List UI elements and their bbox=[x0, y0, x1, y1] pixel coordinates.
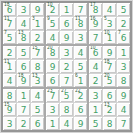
cell-digit: 6 bbox=[17, 60, 30, 73]
cell-r9c6[interactable]: 9 bbox=[74, 117, 87, 130]
cell-r2c4[interactable]: 95 bbox=[46, 17, 59, 30]
cell-r1c3[interactable]: 9 bbox=[31, 3, 44, 16]
cell-digit: 5 bbox=[117, 3, 130, 16]
cell-digit: 2 bbox=[117, 17, 130, 30]
cell-digit: 8 bbox=[89, 3, 102, 16]
cell-digit: 7 bbox=[117, 117, 130, 130]
cell-r5c4[interactable]: 9 bbox=[46, 60, 59, 73]
cell-digit: 1 bbox=[103, 31, 116, 44]
cell-r7c1[interactable]: 8 bbox=[3, 89, 16, 102]
cell-digit: 8 bbox=[17, 31, 30, 44]
cell-digit: 7 bbox=[31, 46, 44, 59]
cell-r5c1[interactable]: 111 bbox=[3, 60, 16, 73]
cell-r1c9[interactable]: 5 bbox=[117, 3, 130, 16]
cell-digit: 6 bbox=[46, 74, 59, 87]
cell-digit: 1 bbox=[60, 3, 73, 16]
cell-r2c9[interactable]: 2 bbox=[117, 17, 130, 30]
cell-digit: 5 bbox=[3, 31, 16, 44]
cell-r4c1[interactable]: 2 bbox=[3, 46, 16, 59]
cell-digit: 7 bbox=[60, 74, 73, 87]
cell-r2c6[interactable]: 118 bbox=[74, 17, 87, 30]
cell-digit: 6 bbox=[3, 3, 16, 16]
cell-digit: 8 bbox=[3, 89, 16, 102]
cell-r3c6[interactable]: 3 bbox=[74, 31, 87, 44]
cell-digit: 9 bbox=[117, 89, 130, 102]
cell-r9c4[interactable]: 1 bbox=[46, 117, 59, 130]
cell-digit: 7 bbox=[17, 103, 30, 116]
cell-r2c8[interactable]: 53 bbox=[103, 17, 116, 30]
cell-r5c7[interactable]: 4 bbox=[89, 60, 102, 73]
sudoku-board: 1863910217178451174319561181695327513824… bbox=[1, 1, 132, 132]
cell-r7c2[interactable]: 1 bbox=[17, 89, 30, 102]
cell-r8c4[interactable]: 3 bbox=[46, 103, 59, 116]
cell-r9c3[interactable]: 6 bbox=[31, 117, 44, 130]
cell-digit: 9 bbox=[17, 74, 30, 87]
cell-r6c3[interactable]: 133 bbox=[31, 74, 44, 87]
cell-digit: 7 bbox=[3, 17, 16, 30]
cell-digit: 3 bbox=[103, 17, 116, 30]
cell-r5c9[interactable]: 3 bbox=[117, 60, 130, 73]
cell-digit: 7 bbox=[46, 89, 59, 102]
cell-digit: 4 bbox=[103, 3, 116, 16]
cell-r6c8[interactable]: 205 bbox=[103, 74, 116, 87]
cell-r9c8[interactable]: 8 bbox=[103, 117, 116, 130]
cell-r6c1[interactable]: 4 bbox=[3, 74, 16, 87]
cell-digit: 4 bbox=[17, 17, 30, 30]
cell-r2c5[interactable]: 6 bbox=[60, 17, 73, 30]
cell-digit: 9 bbox=[74, 117, 87, 130]
cell-digit: 1 bbox=[3, 60, 16, 73]
cell-digit: 7 bbox=[89, 31, 102, 44]
cell-r5c6[interactable]: 5 bbox=[74, 60, 87, 73]
cell-r2c7[interactable]: 169 bbox=[89, 17, 102, 30]
cell-r4c6[interactable]: 4 bbox=[74, 46, 87, 59]
cell-r9c9[interactable]: 7 bbox=[117, 117, 130, 130]
cell-digit: 8 bbox=[31, 60, 44, 73]
cell-r8c7[interactable]: 1 bbox=[89, 103, 102, 116]
cell-digit: 5 bbox=[31, 103, 44, 116]
cell-digit: 2 bbox=[17, 117, 30, 130]
cell-r4c5[interactable]: 3 bbox=[60, 46, 73, 59]
cell-digit: 6 bbox=[60, 17, 73, 30]
cell-r4c7[interactable]: 106 bbox=[89, 46, 102, 59]
cell-r3c5[interactable]: 9 bbox=[60, 31, 73, 44]
cell-digit: 3 bbox=[17, 3, 30, 16]
cell-r7c6[interactable]: 222 bbox=[74, 89, 87, 102]
cell-digit: 2 bbox=[46, 3, 59, 16]
cell-r8c3[interactable]: 5 bbox=[31, 103, 44, 116]
cell-digit: 8 bbox=[46, 46, 59, 59]
cell-digit: 3 bbox=[74, 31, 87, 44]
cell-r9c7[interactable]: 5 bbox=[89, 117, 102, 130]
cell-digit: 4 bbox=[31, 89, 44, 102]
cell-r5c2[interactable]: 6 bbox=[17, 60, 30, 73]
cell-r3c3[interactable]: 2 bbox=[31, 31, 44, 44]
cell-r3c2[interactable]: 138 bbox=[17, 31, 30, 44]
cell-digit: 9 bbox=[89, 17, 102, 30]
box-divider bbox=[3, 44, 130, 46]
cell-r7c3[interactable]: 4 bbox=[31, 89, 44, 102]
cell-r1c8[interactable]: 4 bbox=[103, 3, 116, 16]
cell-r8c8[interactable]: 132 bbox=[103, 103, 116, 116]
cell-digit: 3 bbox=[60, 46, 73, 59]
cell-r5c8[interactable]: 187 bbox=[103, 60, 116, 73]
cell-r1c6[interactable]: 7 bbox=[74, 3, 87, 16]
cell-digit: 5 bbox=[103, 74, 116, 87]
cell-r9c2[interactable]: 2 bbox=[17, 117, 30, 130]
cell-r1c7[interactable]: 178 bbox=[89, 3, 102, 16]
box-divider bbox=[87, 3, 89, 130]
cell-digit: 6 bbox=[74, 103, 87, 116]
cell-digit: 8 bbox=[117, 74, 130, 87]
cell-r4c2[interactable]: 5 bbox=[17, 46, 30, 59]
cell-digit: 2 bbox=[31, 31, 44, 44]
cell-digit: 3 bbox=[46, 103, 59, 116]
cell-digit: 1 bbox=[17, 89, 30, 102]
cell-r8c9[interactable]: 4 bbox=[117, 103, 130, 116]
cell-digit: 8 bbox=[103, 117, 116, 130]
cell-r2c1[interactable]: 117 bbox=[3, 17, 16, 30]
cell-digit: 9 bbox=[46, 60, 59, 73]
cell-r1c5[interactable]: 1 bbox=[60, 3, 73, 16]
cell-r3c1[interactable]: 75 bbox=[3, 31, 16, 44]
cell-digit: 7 bbox=[74, 3, 87, 16]
cell-r8c1[interactable]: 159 bbox=[3, 103, 16, 116]
cell-r7c8[interactable]: 6 bbox=[103, 89, 116, 102]
cell-digit: 3 bbox=[31, 74, 44, 87]
cell-r6c4[interactable]: 6 bbox=[46, 74, 59, 87]
cell-digit: 3 bbox=[117, 60, 130, 73]
cell-digit: 2 bbox=[103, 103, 116, 116]
cell-digit: 2 bbox=[3, 46, 16, 59]
cell-r1c4[interactable]: 102 bbox=[46, 3, 59, 16]
cell-r4c9[interactable]: 1 bbox=[117, 46, 130, 59]
cell-r5c5[interactable]: 2 bbox=[60, 60, 73, 73]
cell-digit: 5 bbox=[60, 89, 73, 102]
cell-digit: 2 bbox=[60, 60, 73, 73]
cell-digit: 3 bbox=[3, 117, 16, 130]
cell-digit: 1 bbox=[117, 46, 130, 59]
cell-digit: 9 bbox=[3, 103, 16, 116]
box-divider bbox=[3, 87, 130, 89]
cell-r1c1[interactable]: 186 bbox=[3, 3, 16, 16]
cell-r2c2[interactable]: 4 bbox=[17, 17, 30, 30]
cell-r1c2[interactable]: 3 bbox=[17, 3, 30, 16]
cell-digit: 1 bbox=[31, 17, 44, 30]
cell-digit: 4 bbox=[74, 46, 87, 59]
cell-r7c7[interactable]: 3 bbox=[89, 89, 102, 102]
cell-r6c2[interactable]: 189 bbox=[17, 74, 30, 87]
cell-r2c3[interactable]: 31 bbox=[31, 17, 44, 30]
cell-r7c9[interactable]: 9 bbox=[117, 89, 130, 102]
cell-r6c9[interactable]: 8 bbox=[117, 74, 130, 87]
cell-r7c4[interactable]: 237 bbox=[46, 89, 59, 102]
cell-r9c1[interactable]: 3 bbox=[3, 117, 16, 130]
cell-digit: 5 bbox=[89, 117, 102, 130]
cell-r3c9[interactable]: 76 bbox=[117, 31, 130, 44]
cell-r6c6[interactable]: 61 bbox=[74, 74, 87, 87]
cell-digit: 1 bbox=[46, 117, 59, 130]
cell-digit: 6 bbox=[117, 31, 130, 44]
cell-digit: 4 bbox=[46, 31, 59, 44]
cell-digit: 2 bbox=[89, 74, 102, 87]
cell-r8c2[interactable]: 7 bbox=[17, 103, 30, 116]
cell-r6c5[interactable]: 7 bbox=[60, 74, 73, 87]
cell-digit: 8 bbox=[60, 103, 73, 116]
cell-r4c8[interactable]: 9 bbox=[103, 46, 116, 59]
cell-digit: 1 bbox=[74, 74, 87, 87]
cell-digit: 6 bbox=[103, 89, 116, 102]
cell-r9c5[interactable]: 4 bbox=[60, 117, 73, 130]
cell-r3c8[interactable]: 101 bbox=[103, 31, 116, 44]
cell-digit: 9 bbox=[60, 31, 73, 44]
cell-r4c3[interactable]: 157 bbox=[31, 46, 44, 59]
cell-r7c5[interactable]: 275 bbox=[60, 89, 73, 102]
cell-digit: 9 bbox=[31, 3, 44, 16]
cell-digit: 1 bbox=[89, 103, 102, 116]
cell-digit: 5 bbox=[46, 17, 59, 30]
cell-r3c7[interactable]: 7 bbox=[89, 31, 102, 44]
cell-digit: 6 bbox=[31, 117, 44, 130]
cell-digit: 4 bbox=[3, 74, 16, 87]
cell-digit: 3 bbox=[89, 89, 102, 102]
cell-digit: 8 bbox=[74, 17, 87, 30]
cell-r8c6[interactable]: 6 bbox=[74, 103, 87, 116]
cell-digit: 5 bbox=[17, 46, 30, 59]
cell-digit: 4 bbox=[117, 103, 130, 116]
cell-r6c7[interactable]: 2 bbox=[89, 74, 102, 87]
cell-digit: 4 bbox=[89, 60, 102, 73]
cell-digit: 5 bbox=[74, 60, 87, 73]
cell-digit: 2 bbox=[74, 89, 87, 102]
cell-r3c4[interactable]: 4 bbox=[46, 31, 59, 44]
cell-r8c5[interactable]: 8 bbox=[60, 103, 73, 116]
cell-digit: 6 bbox=[89, 46, 102, 59]
cell-digit: 7 bbox=[103, 60, 116, 73]
box-divider bbox=[44, 3, 46, 130]
cell-r5c3[interactable]: 8 bbox=[31, 60, 44, 73]
cell-digit: 9 bbox=[103, 46, 116, 59]
cell-digit: 4 bbox=[60, 117, 73, 130]
cell-r4c4[interactable]: 208 bbox=[46, 46, 59, 59]
